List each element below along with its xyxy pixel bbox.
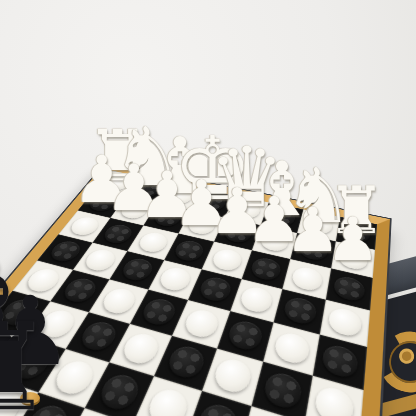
light-stud-disc (136, 231, 170, 254)
dark-stud-disc (172, 239, 206, 263)
light-stud-disc (273, 330, 311, 366)
dark-stud-disc (76, 319, 120, 353)
light-stud-disc (290, 265, 323, 292)
dark-stud-disc (96, 371, 143, 413)
light-stud-disc (212, 357, 254, 396)
light-stud-disc (157, 266, 194, 293)
light-stud-disc (182, 307, 221, 340)
light-stud-disc (67, 215, 102, 237)
light-stud-disc (239, 285, 275, 315)
light-stud-disc (119, 331, 162, 367)
light-stud-disc (99, 286, 139, 316)
light-stud-disc (314, 384, 354, 416)
dark-stud-disc (164, 344, 207, 382)
light-stud-disc (144, 386, 191, 416)
dark-stud-disc (139, 296, 179, 327)
light-stud-disc (210, 247, 244, 272)
dark-stud-disc (226, 318, 265, 352)
dark-stud-disc (321, 343, 358, 380)
dark-stud-disc (282, 295, 317, 326)
piece-black-rook-g8[interactable]: ♜ (0, 306, 54, 416)
piece-white-pawn-a2[interactable]: ♟ (326, 209, 380, 269)
dark-stud-disc (262, 370, 303, 411)
dark-stud-disc (333, 274, 365, 302)
dark-stud-disc (118, 257, 155, 283)
dark-stud-disc (195, 401, 241, 416)
dark-stud-disc (249, 256, 282, 282)
dark-stud-disc (101, 223, 136, 245)
light-stud-disc (328, 306, 363, 338)
dark-stud-disc (197, 275, 233, 304)
light-stud-disc (82, 248, 119, 273)
lego-chess-set-photo: ♜♞♝♚♛♝♞♜♟♟♟♟♟♟♟♟♝♟♞♜ (0, 0, 416, 416)
